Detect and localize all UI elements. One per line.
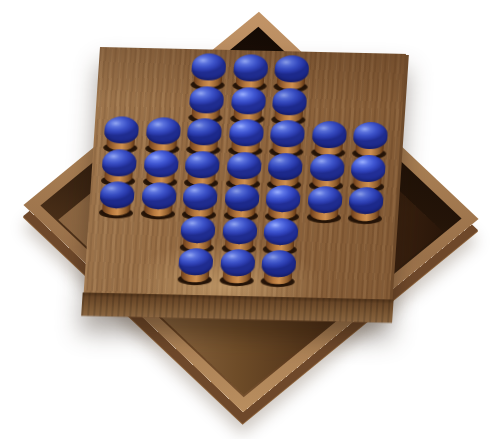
peg-blue-cap: [189, 86, 225, 114]
peg-blue-cap: [309, 153, 345, 181]
peg-blue-cap: [145, 117, 181, 145]
peg-blue-cap: [272, 87, 308, 115]
board-surface: [84, 47, 406, 300]
peg-blue-cap: [143, 150, 179, 178]
peg-blue-cap: [307, 186, 343, 214]
peg-blue-cap: [101, 149, 137, 177]
peg-blue-cap: [230, 87, 266, 115]
peg-blue-cap: [141, 182, 177, 210]
peg-blue-cap: [228, 119, 264, 147]
peg-blue-cap: [263, 217, 299, 245]
peg-blue-cap: [224, 184, 260, 212]
peg-r5c1[interactable]: [95, 181, 138, 222]
peg-r5c6[interactable]: [303, 186, 346, 227]
peg-r5c2[interactable]: [137, 182, 180, 223]
peg-blue-cap: [180, 215, 216, 243]
peg-blue-cap: [184, 150, 220, 178]
peg-blue-cap: [232, 54, 268, 82]
solitaire-board: [84, 47, 406, 300]
peg-blue-cap: [219, 249, 255, 277]
peg-blue-cap: [222, 216, 258, 244]
peg-blue-cap: [226, 151, 262, 179]
peg-blue-cap: [267, 152, 303, 180]
product-photo: [0, 0, 500, 439]
peg-blue-cap: [311, 121, 347, 149]
peg-r7c4[interactable]: [216, 249, 259, 290]
peg-r5c7[interactable]: [344, 187, 387, 228]
peg-r7c3[interactable]: [174, 248, 217, 289]
peg-blue-cap: [350, 154, 386, 182]
peg-r7c5[interactable]: [257, 250, 300, 291]
